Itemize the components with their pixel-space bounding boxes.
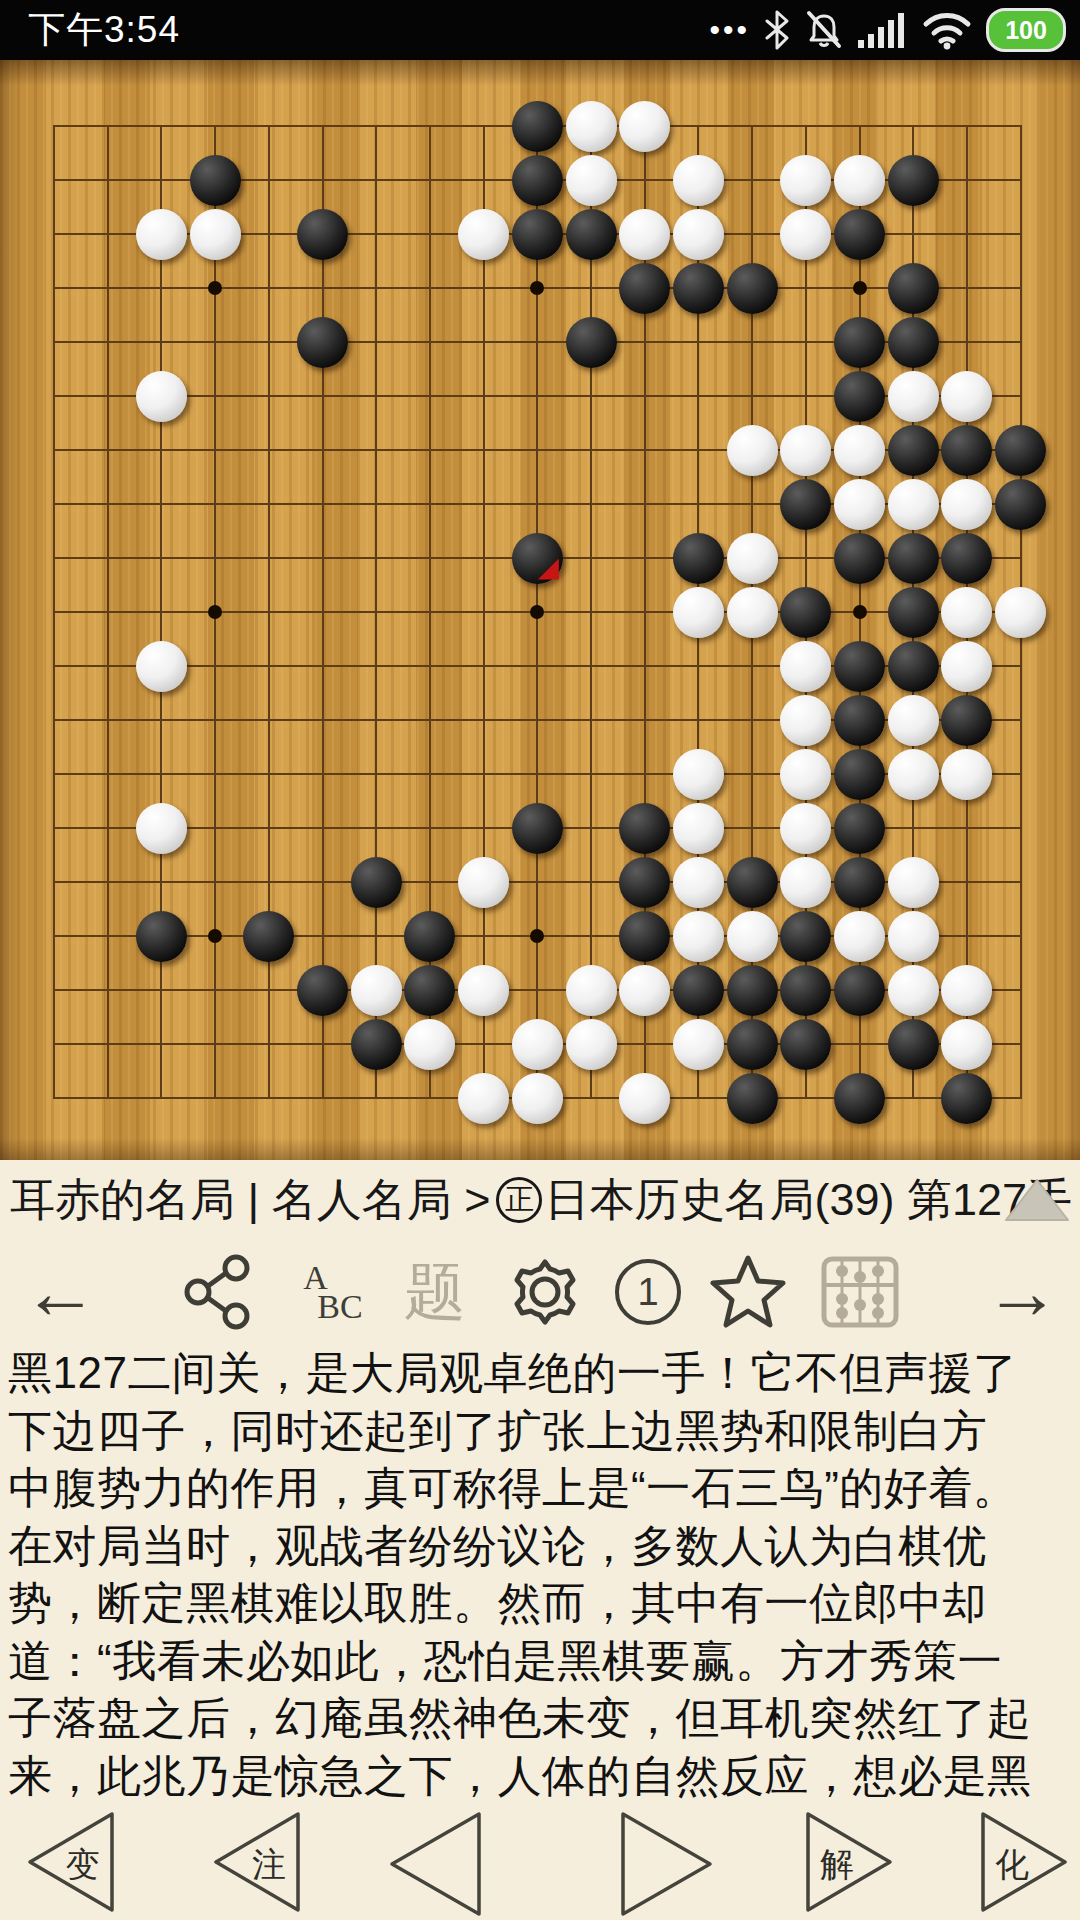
commentary-line: 子落盘之后，幻庵虽然神色未变，但耳机突然红了起 — [0, 1689, 1080, 1747]
white-stone — [136, 371, 187, 422]
black-stone — [673, 965, 724, 1016]
white-stone — [941, 965, 992, 1016]
white-stone — [458, 965, 509, 1016]
white-stone — [888, 911, 939, 962]
forward-arrow-button[interactable]: → — [980, 1240, 1064, 1344]
white-stone — [673, 1019, 724, 1070]
notifications-muted-icon — [804, 10, 844, 50]
black-stone — [727, 263, 778, 314]
white-stone — [190, 209, 241, 260]
black-stone — [834, 1073, 885, 1124]
white-stone — [941, 641, 992, 692]
commentary-line: 下边四子，同时还起到了扩张上边黑势和限制白方 — [0, 1402, 1080, 1460]
settings-gear-icon[interactable] — [500, 1240, 590, 1344]
back-arrow-button[interactable]: ← — [18, 1240, 102, 1344]
bottom-button-row: 变 注 解 化 — [0, 1804, 1080, 1920]
black-stone — [512, 155, 563, 206]
white-stone — [566, 101, 617, 152]
signal-bars-icon — [858, 10, 908, 50]
black-stone — [727, 1073, 778, 1124]
white-stone — [941, 1019, 992, 1070]
white-stone — [780, 209, 831, 260]
black-stone — [243, 911, 294, 962]
black-stone — [136, 911, 187, 962]
white-stone — [136, 209, 187, 260]
black-stone — [727, 965, 778, 1016]
black-stone — [888, 425, 939, 476]
white-stone — [834, 911, 885, 962]
white-stone — [888, 965, 939, 1016]
star-point — [853, 605, 867, 619]
black-stone — [888, 1019, 939, 1070]
white-stone — [727, 425, 778, 476]
white-stone — [673, 155, 724, 206]
title-bar: 耳赤的名局 | 名人名局 > 正 日本历史名局(39) 第127手 — [0, 1160, 1080, 1240]
commentary-line: 在对局当时，观战者纷纷议论，多数人认为白棋优 — [0, 1517, 1080, 1575]
black-stone — [834, 749, 885, 800]
star-point — [208, 605, 222, 619]
black-stone — [834, 695, 885, 746]
white-stone — [888, 371, 939, 422]
white-stone — [888, 749, 939, 800]
black-stone — [834, 317, 885, 368]
white-stone — [512, 1073, 563, 1124]
white-stone — [834, 155, 885, 206]
black-stone — [888, 263, 939, 314]
transform-button[interactable]: 化 — [975, 1806, 1075, 1918]
next-move-button[interactable] — [614, 1806, 720, 1920]
white-stone — [780, 425, 831, 476]
commentary-line: 道：“我看未必如此，恐怕是黑棋要赢。方才秀策一 — [0, 1632, 1080, 1690]
title-prefix: 耳赤的名局 | 名人名局 > — [10, 1170, 490, 1230]
black-stone — [888, 533, 939, 584]
white-stone — [941, 371, 992, 422]
certified-circle-icon: 正 — [496, 1177, 542, 1223]
grid-line-v — [590, 125, 592, 1099]
collapse-panel-button[interactable] — [1002, 1174, 1072, 1226]
white-stone — [566, 965, 617, 1016]
white-stone — [619, 101, 670, 152]
commentary-line: 黑127二间关，是大局观卓绝的一手！它不但声援了 — [0, 1344, 1080, 1402]
more-dots-icon: ••• — [709, 0, 750, 60]
white-stone — [834, 425, 885, 476]
status-icons: ••• 100 — [709, 0, 1066, 60]
app-screen: 下午3:54 ••• — [0, 0, 1080, 1920]
black-stone — [780, 587, 831, 638]
previous-move-button[interactable] — [382, 1806, 488, 1920]
white-stone — [780, 695, 831, 746]
black-stone — [297, 965, 348, 1016]
white-stone — [619, 209, 670, 260]
white-stone — [673, 803, 724, 854]
black-stone — [995, 479, 1046, 530]
toolbar: ← A BC 题 — [0, 1240, 1080, 1344]
black-stone — [780, 479, 831, 530]
white-stone — [780, 803, 831, 854]
white-stone — [458, 857, 509, 908]
white-stone — [673, 911, 724, 962]
black-stone — [512, 533, 563, 584]
black-stone — [619, 857, 670, 908]
svg-text:变: 变 — [66, 1845, 100, 1883]
white-stone — [673, 587, 724, 638]
black-stone — [888, 641, 939, 692]
svg-text:注: 注 — [252, 1845, 286, 1883]
commentary-text[interactable]: 黑127二间关，是大局观卓绝的一手！它不但声援了 下边四子，同时还起到了扩张上边… — [0, 1344, 1080, 1804]
black-stone — [834, 857, 885, 908]
white-stone — [673, 209, 724, 260]
white-stone — [888, 479, 939, 530]
svg-text:化: 化 — [995, 1845, 1029, 1883]
bluetooth-icon — [764, 10, 790, 50]
white-stone — [566, 1019, 617, 1070]
svg-text:解: 解 — [820, 1845, 854, 1883]
page-title: 耳赤的名局 | 名人名局 > 正 日本历史名局(39) 第127手 — [10, 1170, 1072, 1230]
black-stone — [351, 857, 402, 908]
white-stone — [619, 1073, 670, 1124]
black-stone — [404, 911, 455, 962]
annotation-button[interactable]: 注 — [206, 1806, 306, 1918]
white-stone — [941, 749, 992, 800]
black-stone — [941, 425, 992, 476]
abacus-count-button[interactable] — [812, 1240, 908, 1344]
white-stone — [780, 857, 831, 908]
commentary-line: 来，此兆乃是惊急之下，人体的自然反应，想必是黑 — [0, 1747, 1080, 1805]
white-stone — [673, 857, 724, 908]
black-stone — [834, 641, 885, 692]
white-stone — [727, 911, 778, 962]
star-favorite-button[interactable] — [700, 1240, 796, 1344]
variation-button[interactable]: 变 — [20, 1806, 120, 1918]
white-stone — [995, 587, 1046, 638]
white-stone — [619, 965, 670, 1016]
black-stone — [995, 425, 1046, 476]
black-stone — [941, 1073, 992, 1124]
problem-ti-button[interactable]: 题 — [390, 1240, 480, 1344]
black-stone — [941, 695, 992, 746]
last-move-marker — [538, 559, 559, 580]
black-stone — [619, 263, 670, 314]
star-point — [208, 281, 222, 295]
black-stone — [727, 1019, 778, 1070]
black-stone — [834, 803, 885, 854]
black-stone — [834, 209, 885, 260]
black-stone — [512, 803, 563, 854]
black-stone — [780, 965, 831, 1016]
battery-icon: 100 — [986, 8, 1066, 52]
black-stone — [619, 803, 670, 854]
white-stone — [566, 155, 617, 206]
white-stone — [727, 533, 778, 584]
black-stone — [190, 155, 241, 206]
white-stone — [888, 857, 939, 908]
star-point — [530, 281, 544, 295]
commentary-line: 中腹势力的作用，真可称得上是“一石三鸟”的好着。 — [0, 1459, 1080, 1517]
white-stone — [136, 803, 187, 854]
white-stone — [780, 749, 831, 800]
white-stone — [780, 641, 831, 692]
coordinates-abc-button[interactable]: A BC — [288, 1240, 378, 1344]
white-stone — [780, 155, 831, 206]
go-board[interactable] — [0, 60, 1080, 1160]
star-point — [530, 929, 544, 943]
white-stone — [834, 479, 885, 530]
black-stone — [297, 209, 348, 260]
black-stone — [834, 533, 885, 584]
black-stone — [351, 1019, 402, 1070]
black-stone — [780, 911, 831, 962]
black-stone — [512, 101, 563, 152]
title-suffix: 日本历史名局(39) 第127手 — [544, 1170, 1072, 1230]
wifi-icon — [922, 10, 972, 50]
status-bar: 下午3:54 ••• — [0, 0, 1080, 60]
white-stone — [136, 641, 187, 692]
white-stone — [941, 587, 992, 638]
black-stone — [673, 263, 724, 314]
black-stone — [834, 371, 885, 422]
clock: 下午3:54 — [28, 5, 180, 55]
white-stone — [727, 587, 778, 638]
white-stone — [888, 695, 939, 746]
black-stone — [566, 209, 617, 260]
white-stone — [458, 1073, 509, 1124]
white-stone — [458, 209, 509, 260]
black-stone — [888, 587, 939, 638]
share-button[interactable] — [178, 1240, 262, 1344]
commentary-line: 势，断定黑棋难以取胜。然而，其中有一位郎中却 — [0, 1574, 1080, 1632]
white-stone — [673, 749, 724, 800]
black-stone — [619, 911, 670, 962]
white-stone — [404, 1019, 455, 1070]
black-stone — [297, 317, 348, 368]
black-stone — [727, 857, 778, 908]
black-stone — [780, 1019, 831, 1070]
black-stone — [888, 317, 939, 368]
star-point — [208, 929, 222, 943]
black-stone — [673, 533, 724, 584]
black-stone — [888, 155, 939, 206]
black-stone — [404, 965, 455, 1016]
black-stone — [566, 317, 617, 368]
black-stone — [941, 533, 992, 584]
black-stone — [512, 209, 563, 260]
white-stone — [941, 479, 992, 530]
black-stone — [834, 965, 885, 1016]
star-point — [853, 281, 867, 295]
move-number-button[interactable]: 1 — [606, 1240, 690, 1344]
star-point — [530, 605, 544, 619]
white-stone — [512, 1019, 563, 1070]
solution-button[interactable]: 解 — [800, 1806, 900, 1918]
white-stone — [351, 965, 402, 1016]
